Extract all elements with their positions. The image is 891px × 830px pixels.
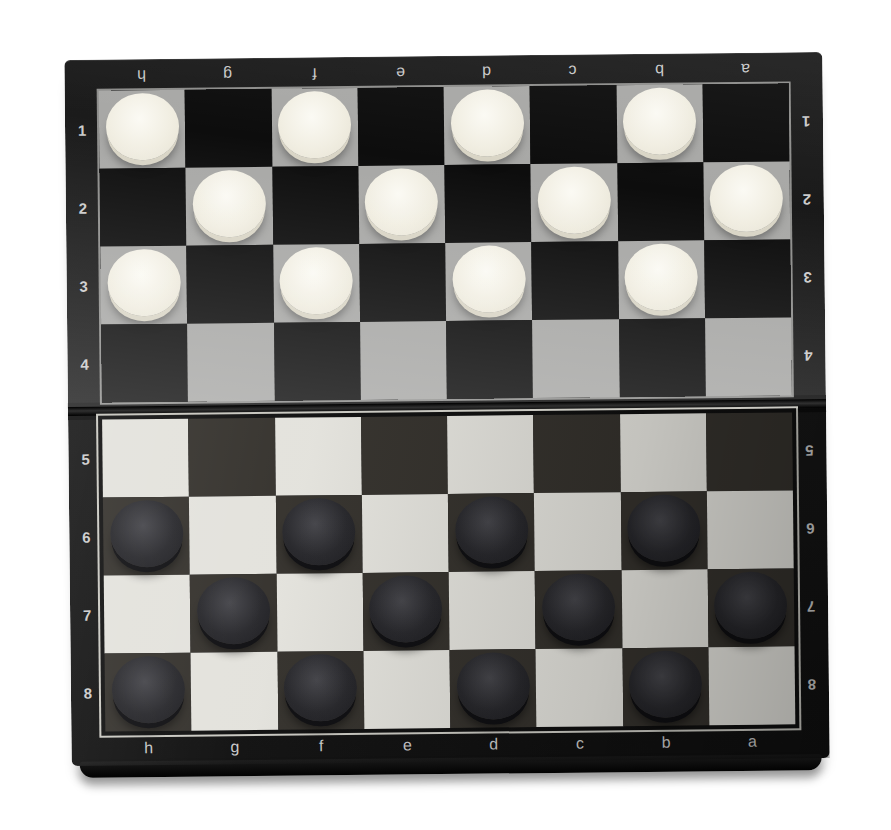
square-f4[interactable] xyxy=(274,322,361,401)
white-draughts-man-glyph: ⛀ xyxy=(472,258,506,298)
square-g5[interactable] xyxy=(188,418,275,497)
white-draughts-man-glyph: ⛀ xyxy=(643,101,677,141)
square-h4[interactable] xyxy=(101,324,188,403)
square-a1[interactable] xyxy=(702,83,789,162)
board-top-half: hgfedcba 1234 ⛀⛀⛀⛀⛀⛀⛀⛀⛀⛀⛀⛀ 1234 xyxy=(64,53,826,407)
black-checker-h8[interactable]: ⛂ xyxy=(111,655,185,723)
rank-label-3: 3 xyxy=(790,239,825,317)
square-d5[interactable] xyxy=(447,415,534,494)
rank-label-6: 6 xyxy=(69,498,104,576)
square-b3[interactable]: ⛀ xyxy=(618,240,705,319)
white-draughts-man-glyph: ⛀ xyxy=(644,257,678,297)
square-h6[interactable]: ⛂ xyxy=(103,497,190,576)
square-d2[interactable] xyxy=(444,164,531,243)
file-label-bottom-b: b xyxy=(623,734,709,751)
square-h7[interactable] xyxy=(104,575,191,654)
black-checker-f6[interactable]: ⛂ xyxy=(282,497,356,565)
rank-label-8: 8 xyxy=(71,654,106,732)
black-checker-h6[interactable]: ⛂ xyxy=(110,499,184,567)
rank-labels-right-top: 1234 xyxy=(789,83,826,395)
square-c2[interactable]: ⛀ xyxy=(531,163,618,242)
rank-label-8: 8 xyxy=(795,646,830,724)
squares-ranks-5-8: ⛂⛂⛂⛂⛂⛂⛂⛂⛂⛂⛂⛂ xyxy=(102,412,795,731)
rank-label-1: 1 xyxy=(65,91,100,169)
square-e8[interactable] xyxy=(363,650,450,729)
white-checker-f3[interactable]: ⛀ xyxy=(279,246,353,314)
square-a8[interactable] xyxy=(708,646,795,725)
square-e6[interactable] xyxy=(362,494,449,573)
black-checker-b6[interactable]: ⛂ xyxy=(627,494,701,562)
square-g6[interactable] xyxy=(189,496,276,575)
square-a6[interactable] xyxy=(707,490,794,569)
square-d8[interactable]: ⛂ xyxy=(450,649,537,728)
file-label-bottom-c: c xyxy=(537,735,623,752)
black-draughts-man-glyph: ⛂ xyxy=(389,588,423,628)
square-e3[interactable] xyxy=(359,243,446,322)
black-draughts-man-glyph: ⛂ xyxy=(647,508,681,548)
rank-label-1: 1 xyxy=(789,83,824,161)
square-f7[interactable] xyxy=(276,573,363,652)
square-e1[interactable] xyxy=(357,87,444,166)
file-label-top-f: f xyxy=(271,65,357,82)
rank-label-6: 6 xyxy=(793,490,828,568)
square-f5[interactable] xyxy=(275,417,362,496)
file-label-bottom-f: f xyxy=(278,738,364,755)
white-draughts-man-glyph: ⛀ xyxy=(125,106,159,146)
white-draughts-man-glyph: ⛀ xyxy=(212,183,246,223)
rank-label-5: 5 xyxy=(792,412,827,490)
square-b8[interactable]: ⛂ xyxy=(622,647,709,726)
square-g3[interactable] xyxy=(187,245,274,324)
square-b5[interactable] xyxy=(620,413,707,492)
square-g4[interactable] xyxy=(187,323,274,402)
square-b7[interactable] xyxy=(621,569,708,648)
square-a5[interactable] xyxy=(706,412,793,491)
white-checker-h1[interactable]: ⛀ xyxy=(105,92,179,160)
square-f2[interactable] xyxy=(272,166,359,245)
file-label-top-g: g xyxy=(185,66,271,83)
square-h2[interactable] xyxy=(99,168,186,247)
white-checker-c2[interactable]: ⛀ xyxy=(537,166,611,234)
rank-label-2: 2 xyxy=(65,169,100,247)
square-g2[interactable]: ⛀ xyxy=(186,167,273,246)
square-b6[interactable]: ⛂ xyxy=(620,491,707,570)
square-d3[interactable]: ⛀ xyxy=(445,242,532,321)
squares-ranks-1-4: ⛀⛀⛀⛀⛀⛀⛀⛀⛀⛀⛀⛀ xyxy=(99,83,792,402)
rank-label-3: 3 xyxy=(66,247,101,325)
file-label-top-d: d xyxy=(443,63,529,80)
rank-label-5: 5 xyxy=(68,420,103,498)
file-label-bottom-e: e xyxy=(364,737,450,754)
file-label-bottom-h: h xyxy=(105,740,191,757)
rank-labels-left-bottom: 5678 xyxy=(68,420,105,732)
square-e5[interactable] xyxy=(361,416,448,495)
file-label-top-c: c xyxy=(530,62,616,79)
white-checker-g2[interactable]: ⛀ xyxy=(192,169,266,237)
black-draughts-man-glyph: ⛂ xyxy=(561,586,595,626)
square-c5[interactable] xyxy=(533,414,620,493)
square-a2[interactable]: ⛀ xyxy=(703,161,790,240)
white-checker-h3[interactable]: ⛀ xyxy=(107,248,181,316)
square-c7[interactable]: ⛂ xyxy=(535,570,622,649)
square-a3[interactable] xyxy=(704,239,791,318)
square-c4[interactable] xyxy=(532,319,619,398)
square-c8[interactable] xyxy=(536,648,623,727)
square-e4[interactable] xyxy=(360,321,447,400)
black-checker-d6[interactable]: ⛂ xyxy=(455,496,529,564)
black-draughts-man-glyph: ⛂ xyxy=(216,590,250,630)
black-checker-g7[interactable]: ⛂ xyxy=(197,576,271,644)
black-checker-c7[interactable]: ⛂ xyxy=(542,573,616,641)
square-c6[interactable] xyxy=(534,492,621,571)
black-draughts-man-glyph: ⛂ xyxy=(474,509,508,549)
black-draughts-man-glyph: ⛂ xyxy=(131,669,165,709)
black-checker-f8[interactable]: ⛂ xyxy=(284,653,358,721)
file-label-top-b: b xyxy=(616,61,702,78)
black-draughts-man-glyph: ⛂ xyxy=(302,511,336,551)
black-draughts-man-glyph: ⛂ xyxy=(129,513,163,553)
square-d7[interactable] xyxy=(449,571,536,650)
board-bottom-half: 5678 ⛂⛂⛂⛂⛂⛂⛂⛂⛂⛂⛂⛂ 5678 hgfedcba xyxy=(68,408,830,766)
checkers-board: hgfedcba 1234 ⛀⛀⛀⛀⛀⛀⛀⛀⛀⛀⛀⛀ 1234 5678 ⛂⛂⛂… xyxy=(64,52,829,766)
square-g7[interactable]: ⛂ xyxy=(190,574,277,653)
rank-label-4: 4 xyxy=(67,325,102,403)
black-draughts-man-glyph: ⛂ xyxy=(649,664,683,704)
white-draughts-man-glyph: ⛀ xyxy=(470,102,504,142)
black-draughts-man-glyph: ⛂ xyxy=(476,665,510,705)
rank-label-4: 4 xyxy=(791,317,826,395)
square-f1[interactable]: ⛀ xyxy=(271,88,358,167)
square-a7[interactable]: ⛂ xyxy=(707,568,794,647)
square-h5[interactable] xyxy=(102,419,189,498)
black-checker-b8[interactable]: ⛂ xyxy=(629,650,703,718)
black-draughts-man-glyph: ⛂ xyxy=(304,667,338,707)
square-c1[interactable] xyxy=(530,85,617,164)
square-g8[interactable] xyxy=(191,652,278,731)
square-e2[interactable]: ⛀ xyxy=(358,165,445,244)
square-d4[interactable] xyxy=(446,320,533,399)
square-h3[interactable]: ⛀ xyxy=(100,246,187,325)
file-label-top-h: h xyxy=(98,67,184,84)
square-c3[interactable] xyxy=(532,241,619,320)
square-b4[interactable] xyxy=(619,318,706,397)
white-checker-a2[interactable]: ⛀ xyxy=(710,164,784,232)
square-b1[interactable]: ⛀ xyxy=(616,84,703,163)
white-checker-d1[interactable]: ⛀ xyxy=(450,89,524,157)
file-label-bottom-d: d xyxy=(450,736,536,753)
rank-label-7: 7 xyxy=(70,576,105,654)
square-f8[interactable]: ⛂ xyxy=(277,651,364,730)
white-checker-b3[interactable]: ⛀ xyxy=(624,243,698,311)
white-checker-b1[interactable]: ⛀ xyxy=(623,87,697,155)
black-checker-d8[interactable]: ⛂ xyxy=(456,652,530,720)
square-b2[interactable] xyxy=(617,162,704,241)
square-a4[interactable] xyxy=(705,317,792,396)
square-f6[interactable]: ⛂ xyxy=(275,495,362,574)
square-g1[interactable] xyxy=(185,89,272,168)
rank-label-2: 2 xyxy=(789,161,824,239)
square-h1[interactable]: ⛀ xyxy=(99,90,186,169)
white-checker-f1[interactable]: ⛀ xyxy=(278,90,352,158)
white-checker-e2[interactable]: ⛀ xyxy=(365,168,439,236)
white-draughts-man-glyph: ⛀ xyxy=(127,262,161,302)
black-draughts-man-glyph: ⛂ xyxy=(734,585,768,625)
white-checker-d3[interactable]: ⛀ xyxy=(452,245,526,313)
rank-labels-right-bottom: 5678 xyxy=(792,412,829,724)
black-checker-e7[interactable]: ⛂ xyxy=(369,575,443,643)
file-label-bottom-a: a xyxy=(709,733,795,750)
file-label-bottom-g: g xyxy=(192,739,278,756)
rank-label-7: 7 xyxy=(794,568,829,646)
square-d6[interactable]: ⛂ xyxy=(448,493,535,572)
white-draughts-man-glyph: ⛀ xyxy=(385,181,419,221)
file-label-top-a: a xyxy=(702,60,788,77)
white-draughts-man-glyph: ⛀ xyxy=(730,178,764,218)
square-h8[interactable]: ⛂ xyxy=(105,653,192,732)
rank-labels-left-top: 1234 xyxy=(65,91,102,403)
file-label-top-e: e xyxy=(357,64,443,81)
black-checker-a7[interactable]: ⛂ xyxy=(714,571,788,639)
white-draughts-man-glyph: ⛀ xyxy=(557,179,591,219)
square-f3[interactable]: ⛀ xyxy=(273,244,360,323)
photo-background: hgfedcba 1234 ⛀⛀⛀⛀⛀⛀⛀⛀⛀⛀⛀⛀ 1234 5678 ⛂⛂⛂… xyxy=(0,0,891,830)
white-draughts-man-glyph: ⛀ xyxy=(299,260,333,300)
white-draughts-man-glyph: ⛀ xyxy=(298,104,332,144)
square-d1[interactable]: ⛀ xyxy=(444,86,531,165)
square-e7[interactable]: ⛂ xyxy=(362,572,449,651)
